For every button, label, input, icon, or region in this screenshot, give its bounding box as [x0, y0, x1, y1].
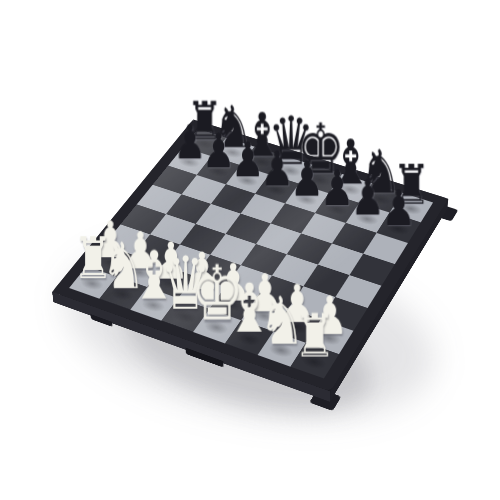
photo-stage: ♜♞♝♛♚♝♞♜♟♟♟♟♟♟♟♟♟♟♟♟♟♟♟♟♜♞♝♛♚♝♞♜ [0, 0, 500, 500]
latch-tab [186, 348, 224, 368]
board-grid: ♜♞♝♛♚♝♞♜♟♟♟♟♟♟♟♟♟♟♟♟♟♟♟♟♜♞♝♛♚♝♞♜ [69, 129, 433, 379]
chess-board: ♜♞♝♛♚♝♞♜♟♟♟♟♟♟♟♟♟♟♟♟♟♟♟♟♜♞♝♛♚♝♞♜ [52, 120, 448, 392]
square-h1[interactable]: ♜ [291, 343, 339, 379]
piece-black-pawn[interactable]: ♟ [351, 173, 385, 222]
piece-black-pawn[interactable]: ♟ [260, 145, 294, 193]
piece-black-pawn[interactable]: ♟ [320, 164, 354, 213]
piece-white-rook[interactable]: ♜ [294, 306, 336, 366]
perspective-scene: ♜♞♝♛♚♝♞♜♟♟♟♟♟♟♟♟♟♟♟♟♟♟♟♟♜♞♝♛♚♝♞♜ [0, 0, 500, 500]
piece-black-pawn[interactable]: ♟ [290, 155, 324, 204]
piece-black-pawn[interactable]: ♟ [381, 183, 416, 232]
hinge-tab [90, 314, 112, 327]
board-rim: ♜♞♝♛♚♝♞♜♟♟♟♟♟♟♟♟♟♟♟♟♟♟♟♟♜♞♝♛♚♝♞♜ [52, 120, 448, 392]
square-h7[interactable]: ♟ [377, 213, 421, 243]
